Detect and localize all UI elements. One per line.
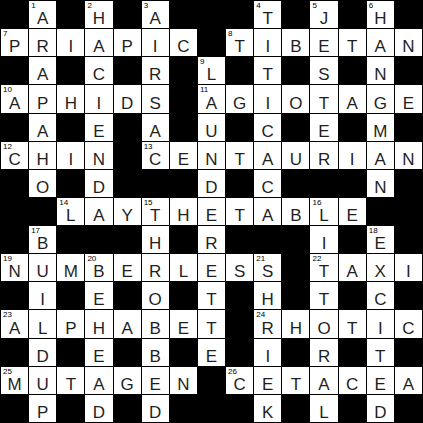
- cell-r6c7[interactable]: E: [170, 142, 197, 169]
- cell-r4c15[interactable]: E: [395, 85, 422, 112]
- cell-r2c4[interactable]: A: [85, 29, 112, 56]
- cell-r9c8[interactable]: R: [198, 226, 225, 253]
- cell-r8c10[interactable]: A: [254, 198, 281, 225]
- cell-r12c7[interactable]: E: [170, 310, 197, 337]
- cell-r12c11[interactable]: H: [282, 310, 309, 337]
- blocked-cell-r3c9: [226, 57, 253, 84]
- blocked-cell-r15c13: [339, 395, 366, 422]
- cell-r4c1[interactable]: 10A: [1, 85, 28, 112]
- cell-r1c14[interactable]: 6H: [367, 1, 394, 28]
- cell-letter: O: [289, 95, 302, 112]
- cell-letter: S: [318, 66, 329, 83]
- blocked-cell-r4c7: [170, 85, 197, 112]
- cell-letter: Y: [121, 207, 132, 224]
- cell-r10c6[interactable]: R: [142, 254, 169, 281]
- cell-r2c3[interactable]: I: [57, 29, 84, 56]
- cell-r3c14[interactable]: N: [367, 57, 394, 84]
- cell-letter: G: [233, 95, 246, 112]
- cell-r9c14[interactable]: 18E: [367, 226, 394, 253]
- cell-letter: A: [375, 151, 386, 168]
- cell-r4c12[interactable]: T: [310, 85, 337, 112]
- cell-r4c11[interactable]: O: [282, 85, 309, 112]
- cell-r8c11[interactable]: B: [282, 198, 309, 225]
- cell-r14c2[interactable]: U: [29, 367, 56, 394]
- cell-r2c6[interactable]: I: [142, 29, 169, 56]
- blocked-cell-r3c13: [339, 57, 366, 84]
- blocked-cell-r3c7: [170, 57, 197, 84]
- cell-letter: H: [37, 151, 49, 168]
- cell-r4c14[interactable]: G: [367, 85, 394, 112]
- blocked-cell-r1c11: [282, 1, 309, 28]
- cell-r2c7[interactable]: C: [170, 29, 197, 56]
- clue-number-25: 25: [3, 367, 12, 377]
- cell-letter: N: [374, 179, 386, 196]
- cell-letter: E: [375, 376, 386, 393]
- cell-r14c6[interactable]: E: [142, 367, 169, 394]
- blocked-cell-r7c7: [170, 170, 197, 197]
- cell-r9c2[interactable]: 17B: [29, 226, 56, 253]
- cell-r11c14[interactable]: C: [367, 282, 394, 309]
- clue-number-5: 5: [312, 1, 316, 11]
- cell-r10c7[interactable]: L: [170, 254, 197, 281]
- blocked-cell-r1c5: [114, 1, 141, 28]
- cell-r13c14[interactable]: T: [367, 339, 394, 366]
- cell-r14c13[interactable]: C: [339, 367, 366, 394]
- cell-r6c6[interactable]: 13C: [142, 142, 169, 169]
- cell-r10c3[interactable]: M: [57, 254, 84, 281]
- cell-letter: B: [37, 235, 48, 252]
- cell-letter: O: [149, 291, 162, 308]
- cell-r13c4[interactable]: E: [85, 339, 112, 366]
- cell-letter: I: [153, 38, 158, 55]
- cell-letter: A: [206, 95, 217, 112]
- cell-r2c14[interactable]: A: [367, 29, 394, 56]
- cell-r12c1[interactable]: 23A: [1, 310, 28, 337]
- cell-r2c13[interactable]: T: [339, 29, 366, 56]
- cell-r10c1[interactable]: 19N: [1, 254, 28, 281]
- cell-letter: E: [206, 348, 217, 365]
- cell-r8c3[interactable]: 14L: [57, 198, 84, 225]
- cell-r8c7[interactable]: H: [170, 198, 197, 225]
- cell-r11c6[interactable]: O: [142, 282, 169, 309]
- cell-r13c12[interactable]: R: [310, 339, 337, 366]
- blocked-cell-r15c7: [170, 395, 197, 422]
- cell-r3c12[interactable]: S: [310, 57, 337, 84]
- cell-r6c10[interactable]: A: [254, 142, 281, 169]
- cell-r9c12[interactable]: I: [310, 226, 337, 253]
- cell-letter: D: [374, 404, 386, 421]
- cell-letter: T: [206, 291, 216, 308]
- blocked-cell-r15c8: [198, 395, 225, 422]
- blocked-cell-r12c9: [226, 310, 253, 337]
- cell-letter: U: [290, 151, 302, 168]
- blocked-cell-r7c5: [114, 170, 141, 197]
- blocked-cell-r14c8: [198, 367, 225, 394]
- cell-r9c6[interactable]: H: [142, 226, 169, 253]
- cell-r10c12[interactable]: 22T: [310, 254, 337, 281]
- blocked-cell-r11c9: [226, 282, 253, 309]
- blocked-cell-r15c9: [226, 395, 253, 422]
- blocked-cell-r8c14: [367, 198, 394, 225]
- cell-r14c12[interactable]: A: [310, 367, 337, 394]
- blocked-cell-r7c15: [395, 170, 422, 197]
- cell-r10c8[interactable]: E: [198, 254, 225, 281]
- cell-r6c3[interactable]: I: [57, 142, 84, 169]
- blocked-cell-r1c15: [395, 1, 422, 28]
- cell-r14c14[interactable]: E: [367, 367, 394, 394]
- cell-letter: C: [233, 376, 245, 393]
- cell-letter: E: [206, 263, 217, 280]
- cell-letter: R: [37, 38, 49, 55]
- cell-r10c5[interactable]: E: [114, 254, 141, 281]
- cell-letter: C: [149, 151, 161, 168]
- cell-letter: A: [9, 320, 20, 337]
- cell-letter: E: [206, 207, 217, 224]
- cell-r15c14[interactable]: D: [367, 395, 394, 422]
- cell-r5c2[interactable]: A: [29, 114, 56, 141]
- cell-r14c10[interactable]: E: [254, 367, 281, 394]
- cell-letter: H: [65, 95, 77, 112]
- cell-r14c7[interactable]: N: [170, 367, 197, 394]
- cell-r12c4[interactable]: H: [85, 310, 112, 337]
- cell-r14c5[interactable]: G: [114, 367, 141, 394]
- cell-r5c14[interactable]: M: [367, 114, 394, 141]
- cell-letter: E: [375, 235, 386, 252]
- cell-r6c2[interactable]: H: [29, 142, 56, 169]
- blocked-cell-r15c11: [282, 395, 309, 422]
- cell-r14c11[interactable]: T: [282, 367, 309, 394]
- blocked-cell-r13c3: [57, 339, 84, 366]
- cell-r10c14[interactable]: X: [367, 254, 394, 281]
- cell-letter: T: [347, 38, 357, 55]
- clue-number-15: 15: [144, 198, 153, 208]
- blocked-cell-r8c15: [395, 198, 422, 225]
- cell-r7c2[interactable]: O: [29, 170, 56, 197]
- cell-r12c13[interactable]: T: [339, 310, 366, 337]
- cell-r6c9[interactable]: T: [226, 142, 253, 169]
- blocked-cell-r13c9: [226, 339, 253, 366]
- cell-letter: E: [318, 38, 329, 55]
- cell-r5c8[interactable]: U: [198, 114, 225, 141]
- cell-letter: I: [40, 291, 45, 308]
- cell-letter: D: [205, 179, 217, 196]
- cell-letter: R: [318, 151, 330, 168]
- cell-letter: E: [346, 207, 357, 224]
- blocked-cell-r15c15: [395, 395, 422, 422]
- cell-r12c12[interactable]: O: [310, 310, 337, 337]
- blocked-cell-r3c5: [114, 57, 141, 84]
- blocked-cell-r8c1: [1, 198, 28, 225]
- cell-letter: I: [68, 151, 73, 168]
- blocked-cell-r13c5: [114, 339, 141, 366]
- cell-r6c14[interactable]: A: [367, 142, 394, 169]
- cell-r5c10[interactable]: C: [254, 114, 281, 141]
- blocked-cell-r3c15: [395, 57, 422, 84]
- cell-r12c2[interactable]: L: [29, 310, 56, 337]
- cell-letter: E: [178, 320, 189, 337]
- cell-r6c8[interactable]: N: [198, 142, 225, 169]
- cell-letter: E: [403, 95, 414, 112]
- blocked-cell-r9c10: [254, 226, 281, 253]
- blocked-cell-r11c11: [282, 282, 309, 309]
- cell-r7c4[interactable]: D: [85, 170, 112, 197]
- cell-letter: N: [402, 38, 414, 55]
- cell-letter: A: [150, 10, 161, 27]
- blocked-cell-r7c1: [1, 170, 28, 197]
- blocked-cell-r9c9: [226, 226, 253, 253]
- cell-letter: E: [178, 151, 189, 168]
- cell-letter: T: [347, 320, 357, 337]
- blocked-cell-r1c9: [226, 1, 253, 28]
- cell-r7c14[interactable]: N: [367, 170, 394, 197]
- cell-r6c1[interactable]: 12C: [1, 142, 28, 169]
- cell-letter: J: [320, 10, 329, 27]
- cell-letter: B: [290, 38, 301, 55]
- cell-letter: T: [234, 207, 244, 224]
- cell-r5c6[interactable]: A: [142, 114, 169, 141]
- cell-letter: C: [262, 123, 274, 140]
- cell-letter: I: [265, 38, 270, 55]
- blocked-cell-r9c4: [85, 226, 112, 253]
- cell-letter: H: [290, 320, 302, 337]
- cell-r3c10[interactable]: T: [254, 57, 281, 84]
- blocked-cell-r5c15: [395, 114, 422, 141]
- clue-number-12: 12: [3, 142, 12, 152]
- cell-r2c2[interactable]: R: [29, 29, 56, 56]
- cell-letter: B: [290, 207, 301, 224]
- cell-r11c2[interactable]: I: [29, 282, 56, 309]
- blocked-cell-r11c15: [395, 282, 422, 309]
- cell-r6c12[interactable]: R: [310, 142, 337, 169]
- cell-r12c6[interactable]: B: [142, 310, 169, 337]
- blocked-cell-r7c6: [142, 170, 169, 197]
- cell-r2c11[interactable]: B: [282, 29, 309, 56]
- cell-r10c10[interactable]: 21S: [254, 254, 281, 281]
- cell-letter: U: [37, 376, 49, 393]
- blocked-cell-r5c5: [114, 114, 141, 141]
- cell-letter: A: [318, 376, 329, 393]
- cell-r2c1[interactable]: 7P: [1, 29, 28, 56]
- cell-r7c8[interactable]: D: [198, 170, 225, 197]
- cell-r15c2[interactable]: P: [29, 395, 56, 422]
- cell-r2c5[interactable]: P: [114, 29, 141, 56]
- cell-r4c13[interactable]: A: [339, 85, 366, 112]
- cell-r14c1[interactable]: 25M: [1, 367, 28, 394]
- cell-letter: O: [36, 179, 49, 196]
- cell-r7c10[interactable]: C: [254, 170, 281, 197]
- cell-letter: X: [375, 263, 386, 280]
- cell-letter: L: [207, 66, 216, 83]
- clue-number-14: 14: [59, 198, 68, 208]
- cell-r2c10[interactable]: I: [254, 29, 281, 56]
- cell-r4c8[interactable]: 11A: [198, 85, 225, 112]
- cell-letter: T: [263, 66, 273, 83]
- cell-r10c9[interactable]: S: [226, 254, 253, 281]
- blocked-cell-r11c1: [1, 282, 28, 309]
- blocked-cell-r8c2: [29, 198, 56, 225]
- blocked-cell-r15c1: [1, 395, 28, 422]
- cell-letter: M: [373, 123, 387, 140]
- cell-r12c10[interactable]: 24R: [254, 310, 281, 337]
- cell-letter: H: [149, 235, 161, 252]
- cell-r8c6[interactable]: 15T: [142, 198, 169, 225]
- cell-r3c8[interactable]: 9L: [198, 57, 225, 84]
- cell-r10c4[interactable]: 20B: [85, 254, 112, 281]
- cell-r5c4[interactable]: E: [85, 114, 112, 141]
- cell-r4c10[interactable]: I: [254, 85, 281, 112]
- cell-letter: E: [318, 123, 329, 140]
- cell-r11c10[interactable]: H: [254, 282, 281, 309]
- cell-r15c12[interactable]: L: [310, 395, 337, 422]
- cell-r8c5[interactable]: Y: [114, 198, 141, 225]
- cell-r1c6[interactable]: 3A: [142, 1, 169, 28]
- cell-letter: L: [38, 320, 47, 337]
- cell-r2c15[interactable]: N: [395, 29, 422, 56]
- cell-letter: A: [37, 66, 48, 83]
- cell-letter: T: [206, 320, 216, 337]
- cell-r13c2[interactable]: D: [29, 339, 56, 366]
- cell-letter: T: [234, 151, 244, 168]
- cell-r12c5[interactable]: A: [114, 310, 141, 337]
- cell-r12c3[interactable]: P: [57, 310, 84, 337]
- clue-number-11: 11: [200, 85, 208, 95]
- cell-letter: S: [150, 95, 161, 112]
- cell-letter: R: [149, 263, 161, 280]
- cell-r14c9[interactable]: 26C: [226, 367, 253, 394]
- cell-letter: A: [150, 123, 161, 140]
- cell-letter: A: [93, 376, 104, 393]
- cell-letter: N: [402, 151, 414, 168]
- cell-r6c4[interactable]: N: [85, 142, 112, 169]
- cell-r3c6[interactable]: R: [142, 57, 169, 84]
- cell-r13c6[interactable]: B: [142, 339, 169, 366]
- cell-letter: I: [322, 235, 327, 252]
- cell-r11c8[interactable]: T: [198, 282, 225, 309]
- cell-r12c14[interactable]: I: [367, 310, 394, 337]
- cell-r8c8[interactable]: E: [198, 198, 225, 225]
- blocked-cell-r3c3: [57, 57, 84, 84]
- cell-letter: T: [319, 263, 329, 280]
- blocked-cell-r5c11: [282, 114, 309, 141]
- cell-r4c2[interactable]: P: [29, 85, 56, 112]
- cell-letter: I: [350, 151, 355, 168]
- cell-letter: I: [265, 348, 270, 365]
- cell-r6c13[interactable]: I: [339, 142, 366, 169]
- cell-letter: B: [150, 320, 161, 337]
- cell-letter: A: [93, 38, 104, 55]
- cell-letter: B: [93, 263, 104, 280]
- blocked-cell-r11c13: [339, 282, 366, 309]
- blocked-cell-r11c7: [170, 282, 197, 309]
- blocked-cell-r5c7: [170, 114, 197, 141]
- blocked-cell-r5c13: [339, 114, 366, 141]
- cell-r4c5[interactable]: D: [114, 85, 141, 112]
- blocked-cell-r3c11: [282, 57, 309, 84]
- cell-letter: A: [346, 95, 357, 112]
- cell-letter: H: [177, 207, 189, 224]
- cell-r4c4[interactable]: I: [85, 85, 112, 112]
- blocked-cell-r1c7: [170, 1, 197, 28]
- cell-r11c4[interactable]: E: [85, 282, 112, 309]
- cell-letter: E: [93, 123, 104, 140]
- cell-letter: A: [346, 263, 357, 280]
- cell-letter: R: [318, 348, 330, 365]
- cell-r6c11[interactable]: U: [282, 142, 309, 169]
- cell-letter: P: [37, 95, 48, 112]
- blocked-cell-r13c13: [339, 339, 366, 366]
- cell-letter: L: [319, 404, 328, 421]
- clue-number-22: 22: [312, 254, 321, 264]
- cell-letter: G: [120, 376, 133, 393]
- cell-r1c10[interactable]: 4T: [254, 1, 281, 28]
- cell-r8c13[interactable]: E: [339, 198, 366, 225]
- cell-letter: A: [121, 320, 132, 337]
- cell-r15c10[interactable]: K: [254, 395, 281, 422]
- clue-number-13: 13: [144, 142, 153, 152]
- cell-letter: C: [93, 66, 105, 83]
- cell-r15c4[interactable]: D: [85, 395, 112, 422]
- blocked-cell-r1c8: [198, 1, 225, 28]
- cell-letter: L: [66, 207, 75, 224]
- cell-letter: A: [93, 207, 104, 224]
- cell-r10c13[interactable]: A: [339, 254, 366, 281]
- cell-letter: D: [121, 95, 133, 112]
- cell-r15c6[interactable]: D: [142, 395, 169, 422]
- cell-letter: T: [66, 376, 76, 393]
- cell-r3c2[interactable]: A: [29, 57, 56, 84]
- cell-r4c9[interactable]: G: [226, 85, 253, 112]
- cell-letter: I: [406, 263, 411, 280]
- cell-r6c15[interactable]: N: [395, 142, 422, 169]
- cell-r3c4[interactable]: C: [85, 57, 112, 84]
- cell-letter: U: [37, 263, 49, 280]
- cell-r13c8[interactable]: E: [198, 339, 225, 366]
- cell-r4c6[interactable]: S: [142, 85, 169, 112]
- cell-r12c15[interactable]: C: [395, 310, 422, 337]
- cell-r14c15[interactable]: A: [395, 367, 422, 394]
- cell-letter: P: [37, 404, 48, 421]
- cell-r1c2[interactable]: 1A: [29, 1, 56, 28]
- cell-r11c12[interactable]: T: [310, 282, 337, 309]
- cell-r13c10[interactable]: I: [254, 339, 281, 366]
- cell-r2c9[interactable]: 8T: [226, 29, 253, 56]
- cell-r1c4[interactable]: 2H: [85, 1, 112, 28]
- cell-letter: H: [374, 10, 386, 27]
- cell-r8c4[interactable]: A: [85, 198, 112, 225]
- clue-number-9: 9: [200, 57, 204, 67]
- cell-letter: K: [262, 404, 273, 421]
- cell-r8c12[interactable]: 16L: [310, 198, 337, 225]
- cell-letter: A: [375, 38, 386, 55]
- cell-r14c4[interactable]: A: [85, 367, 112, 394]
- cell-r1c12[interactable]: 5J: [310, 1, 337, 28]
- cell-r14c3[interactable]: T: [57, 367, 84, 394]
- clue-number-7: 7: [3, 29, 7, 39]
- blocked-cell-r9c13: [339, 226, 366, 253]
- cell-r4c3[interactable]: H: [57, 85, 84, 112]
- cell-r10c2[interactable]: U: [29, 254, 56, 281]
- cell-r5c12[interactable]: E: [310, 114, 337, 141]
- clue-number-6: 6: [369, 1, 373, 11]
- cell-r10c15[interactable]: I: [395, 254, 422, 281]
- cell-r12c8[interactable]: T: [198, 310, 225, 337]
- blocked-cell-r11c5: [114, 282, 141, 309]
- clue-number-19: 19: [3, 254, 12, 264]
- cell-r8c9[interactable]: T: [226, 198, 253, 225]
- cell-r2c12[interactable]: E: [310, 29, 337, 56]
- cell-letter: L: [179, 263, 188, 280]
- cell-letter: E: [262, 376, 273, 393]
